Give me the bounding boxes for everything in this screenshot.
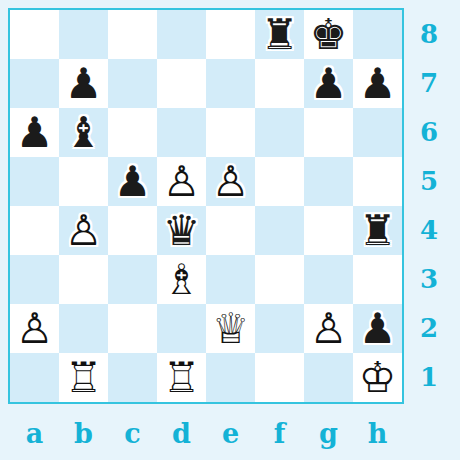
square-c2[interactable]: [108, 304, 157, 353]
piece-black-pawn-a6[interactable]: ♟: [10, 108, 59, 157]
page-background: { "game": "chess", "position": { "fen": …: [0, 0, 460, 460]
square-e1[interactable]: [206, 353, 255, 402]
piece-glyph: ♖: [59, 353, 108, 402]
square-f5[interactable]: [255, 157, 304, 206]
rank-label-5: 5: [409, 157, 449, 206]
square-d3[interactable]: ♝♗: [157, 255, 206, 304]
chess-board: ♜♚♟♟♟♟♝♟♟♙♟♙♟♙♛♜♝♗♟♙♛♕♟♙♟♜♖♜♖♚♔: [8, 8, 404, 404]
square-b3[interactable]: [59, 255, 108, 304]
square-e8[interactable]: [206, 10, 255, 59]
square-c1[interactable]: [108, 353, 157, 402]
square-g1[interactable]: [304, 353, 353, 402]
square-a8[interactable]: [10, 10, 59, 59]
piece-glyph: ♟: [353, 59, 402, 108]
square-b2[interactable]: [59, 304, 108, 353]
piece-glyph: ♟: [59, 59, 108, 108]
square-f3[interactable]: [255, 255, 304, 304]
square-c6[interactable]: [108, 108, 157, 157]
square-f8[interactable]: ♜: [255, 10, 304, 59]
square-f1[interactable]: [255, 353, 304, 402]
rank-label-7: 7: [409, 59, 449, 108]
piece-glyph: ♙: [206, 157, 255, 206]
piece-white-pawn-e5[interactable]: ♟♙: [206, 157, 255, 206]
square-a7[interactable]: [10, 59, 59, 108]
piece-black-pawn-b7[interactable]: ♟: [59, 59, 108, 108]
square-g7[interactable]: ♟: [304, 59, 353, 108]
piece-glyph: ♟: [353, 304, 402, 353]
piece-white-bishop-d3[interactable]: ♝♗: [157, 255, 206, 304]
piece-glyph: ♚: [304, 10, 353, 59]
piece-glyph: ♔: [353, 353, 402, 402]
square-e7[interactable]: [206, 59, 255, 108]
square-h5[interactable]: [353, 157, 402, 206]
file-label-d: d: [157, 414, 206, 454]
square-f4[interactable]: [255, 206, 304, 255]
square-a1[interactable]: [10, 353, 59, 402]
square-d7[interactable]: [157, 59, 206, 108]
rank-label-1: 1: [409, 353, 449, 402]
square-f7[interactable]: [255, 59, 304, 108]
piece-black-bishop-b6[interactable]: ♝: [59, 108, 108, 157]
square-h8[interactable]: [353, 10, 402, 59]
square-e4[interactable]: [206, 206, 255, 255]
piece-black-rook-f8[interactable]: ♜: [255, 10, 304, 59]
square-d4[interactable]: ♛: [157, 206, 206, 255]
square-a5[interactable]: [10, 157, 59, 206]
piece-glyph: ♙: [304, 304, 353, 353]
square-b5[interactable]: [59, 157, 108, 206]
file-label-a: a: [10, 414, 59, 454]
piece-glyph: ♜: [353, 206, 402, 255]
piece-glyph: ♟: [108, 157, 157, 206]
piece-glyph: ♙: [59, 206, 108, 255]
piece-black-queen-d4[interactable]: ♛: [157, 206, 206, 255]
square-b7[interactable]: ♟: [59, 59, 108, 108]
piece-white-rook-d1[interactable]: ♜♖: [157, 353, 206, 402]
square-d1[interactable]: ♜♖: [157, 353, 206, 402]
piece-glyph: ♙: [157, 157, 206, 206]
square-h2[interactable]: ♟: [353, 304, 402, 353]
square-c4[interactable]: [108, 206, 157, 255]
file-label-f: f: [255, 414, 304, 454]
rank-label-2: 2: [409, 304, 449, 353]
square-e5[interactable]: ♟♙: [206, 157, 255, 206]
square-g2[interactable]: ♟♙: [304, 304, 353, 353]
square-e6[interactable]: [206, 108, 255, 157]
file-label-b: b: [59, 414, 108, 454]
square-a2[interactable]: ♟♙: [10, 304, 59, 353]
square-f6[interactable]: [255, 108, 304, 157]
rank-label-8: 8: [409, 10, 449, 59]
file-label-c: c: [108, 414, 157, 454]
square-b8[interactable]: [59, 10, 108, 59]
square-c7[interactable]: [108, 59, 157, 108]
square-d5[interactable]: ♟♙: [157, 157, 206, 206]
square-a4[interactable]: [10, 206, 59, 255]
rank-label-6: 6: [409, 108, 449, 157]
piece-black-rook-h4[interactable]: ♜: [353, 206, 402, 255]
square-h4[interactable]: ♜: [353, 206, 402, 255]
square-c5[interactable]: ♟: [108, 157, 157, 206]
square-b6[interactable]: ♝: [59, 108, 108, 157]
square-a3[interactable]: [10, 255, 59, 304]
piece-white-pawn-d5[interactable]: ♟♙: [157, 157, 206, 206]
piece-glyph: ♖: [157, 353, 206, 402]
piece-white-pawn-a2[interactable]: ♟♙: [10, 304, 59, 353]
piece-glyph: ♟: [10, 108, 59, 157]
rank-label-3: 3: [409, 255, 449, 304]
piece-white-queen-e2[interactable]: ♛♕: [206, 304, 255, 353]
square-f2[interactable]: [255, 304, 304, 353]
piece-glyph: ♙: [10, 304, 59, 353]
square-c8[interactable]: [108, 10, 157, 59]
square-h1[interactable]: ♚♔: [353, 353, 402, 402]
rank-label-4: 4: [409, 206, 449, 255]
piece-glyph: ♗: [157, 255, 206, 304]
square-h6[interactable]: [353, 108, 402, 157]
piece-white-pawn-b4[interactable]: ♟♙: [59, 206, 108, 255]
piece-black-pawn-h7[interactable]: ♟: [353, 59, 402, 108]
piece-glyph: ♕: [206, 304, 255, 353]
square-g4[interactable]: [304, 206, 353, 255]
piece-black-pawn-h2[interactable]: ♟: [353, 304, 402, 353]
file-label-h: h: [353, 414, 402, 454]
square-h3[interactable]: [353, 255, 402, 304]
piece-glyph: ♛: [157, 206, 206, 255]
square-g5[interactable]: [304, 157, 353, 206]
piece-black-pawn-g7[interactable]: ♟: [304, 59, 353, 108]
square-d6[interactable]: [157, 108, 206, 157]
file-label-g: g: [304, 414, 353, 454]
piece-white-king-h1[interactable]: ♚♔: [353, 353, 402, 402]
piece-glyph: ♜: [255, 10, 304, 59]
piece-black-king-g8[interactable]: ♚: [304, 10, 353, 59]
square-d8[interactable]: [157, 10, 206, 59]
square-g6[interactable]: [304, 108, 353, 157]
file-label-e: e: [206, 414, 255, 454]
square-h7[interactable]: ♟: [353, 59, 402, 108]
piece-white-rook-b1[interactable]: ♜♖: [59, 353, 108, 402]
piece-glyph: ♝: [59, 108, 108, 157]
square-b4[interactable]: ♟♙: [59, 206, 108, 255]
piece-glyph: ♟: [304, 59, 353, 108]
square-b1[interactable]: ♜♖: [59, 353, 108, 402]
square-a6[interactable]: ♟: [10, 108, 59, 157]
piece-white-pawn-g2[interactable]: ♟♙: [304, 304, 353, 353]
piece-black-pawn-c5[interactable]: ♟: [108, 157, 157, 206]
square-g8[interactable]: ♚: [304, 10, 353, 59]
square-e3[interactable]: [206, 255, 255, 304]
square-c3[interactable]: [108, 255, 157, 304]
square-g3[interactable]: [304, 255, 353, 304]
square-d2[interactable]: [157, 304, 206, 353]
square-e2[interactable]: ♛♕: [206, 304, 255, 353]
